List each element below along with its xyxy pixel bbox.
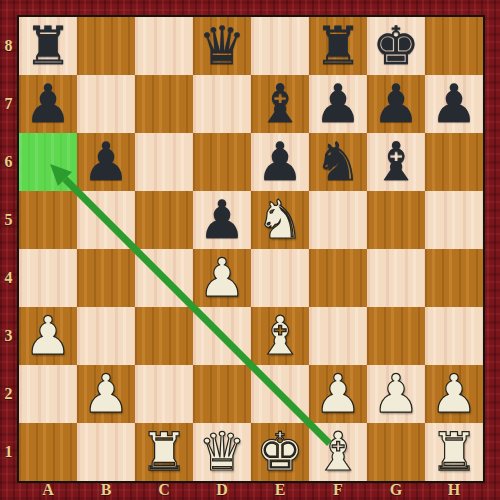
square-a4[interactable] — [19, 249, 77, 307]
piece-black-pawn-f7[interactable]: ♟ — [309, 75, 367, 133]
square-a2[interactable] — [19, 365, 77, 423]
square-g8[interactable]: ♚ — [367, 17, 425, 75]
square-h3[interactable] — [425, 307, 483, 365]
square-c2[interactable] — [135, 365, 193, 423]
piece-black-bishop-e7[interactable]: ♝ — [251, 75, 309, 133]
rank-label-5: 5 — [5, 211, 13, 229]
rank-label-3: 3 — [5, 327, 13, 345]
piece-black-pawn-g7[interactable]: ♟ — [367, 75, 425, 133]
piece-white-queen-d1[interactable]: ♛ — [193, 423, 251, 481]
file-label-f: F — [333, 481, 343, 499]
square-e8[interactable] — [251, 17, 309, 75]
square-f3[interactable] — [309, 307, 367, 365]
square-h8[interactable] — [425, 17, 483, 75]
square-e3[interactable]: ♝ — [251, 307, 309, 365]
piece-black-queen-d8[interactable]: ♛ — [193, 17, 251, 75]
square-a5[interactable] — [19, 191, 77, 249]
piece-white-pawn-g2[interactable]: ♟ — [367, 365, 425, 423]
piece-black-rook-a8[interactable]: ♜ — [19, 17, 77, 75]
square-g3[interactable] — [367, 307, 425, 365]
piece-white-knight-e5[interactable]: ♞ — [251, 191, 309, 249]
piece-white-pawn-d4[interactable]: ♟ — [193, 249, 251, 307]
piece-black-pawn-a7[interactable]: ♟ — [19, 75, 77, 133]
square-b2[interactable]: ♟ — [77, 365, 135, 423]
piece-white-bishop-f1[interactable]: ♝ — [309, 423, 367, 481]
square-h1[interactable]: ♜ — [425, 423, 483, 481]
highlighted-square-a6[interactable] — [19, 133, 77, 191]
file-label-b: B — [101, 481, 112, 499]
square-g6[interactable]: ♝ — [367, 133, 425, 191]
square-f1[interactable]: ♝ — [309, 423, 367, 481]
square-b3[interactable] — [77, 307, 135, 365]
square-a7[interactable]: ♟ — [19, 75, 77, 133]
file-label-a: A — [42, 481, 54, 499]
square-g1[interactable] — [367, 423, 425, 481]
square-e5[interactable]: ♞ — [251, 191, 309, 249]
square-a1[interactable] — [19, 423, 77, 481]
piece-black-knight-f6[interactable]: ♞ — [309, 133, 367, 191]
piece-white-king-e1[interactable]: ♚ — [251, 423, 309, 481]
file-label-e: E — [275, 481, 286, 499]
piece-white-pawn-b2[interactable]: ♟ — [77, 365, 135, 423]
square-g7[interactable]: ♟ — [367, 75, 425, 133]
piece-white-rook-h1[interactable]: ♜ — [425, 423, 483, 481]
file-label-c: C — [158, 481, 170, 499]
piece-black-pawn-e6[interactable]: ♟ — [251, 133, 309, 191]
square-b8[interactable] — [77, 17, 135, 75]
rank-label-2: 2 — [5, 385, 13, 403]
square-h2[interactable]: ♟ — [425, 365, 483, 423]
square-d7[interactable] — [193, 75, 251, 133]
square-d4[interactable]: ♟ — [193, 249, 251, 307]
piece-black-bishop-g6[interactable]: ♝ — [367, 133, 425, 191]
square-g5[interactable] — [367, 191, 425, 249]
piece-white-pawn-h2[interactable]: ♟ — [425, 365, 483, 423]
square-e2[interactable] — [251, 365, 309, 423]
square-d2[interactable] — [193, 365, 251, 423]
square-d6[interactable] — [193, 133, 251, 191]
square-c3[interactable] — [135, 307, 193, 365]
square-g4[interactable] — [367, 249, 425, 307]
chess-board-frame: ♜♛♜♚♟♝♟♟♟♟♟♞♝♟♞♟♟♝♟♟♟♟♜♛♚♝♜ 87654321ABCD… — [0, 0, 500, 500]
square-a3[interactable]: ♟ — [19, 307, 77, 365]
square-d3[interactable] — [193, 307, 251, 365]
square-b4[interactable] — [77, 249, 135, 307]
piece-white-rook-c1[interactable]: ♜ — [135, 423, 193, 481]
rank-label-4: 4 — [5, 269, 13, 287]
square-d8[interactable]: ♛ — [193, 17, 251, 75]
piece-white-pawn-f2[interactable]: ♟ — [309, 365, 367, 423]
square-e7[interactable]: ♝ — [251, 75, 309, 133]
square-c5[interactable] — [135, 191, 193, 249]
piece-black-pawn-h7[interactable]: ♟ — [425, 75, 483, 133]
square-g2[interactable]: ♟ — [367, 365, 425, 423]
rank-label-1: 1 — [5, 443, 13, 461]
square-b6[interactable]: ♟ — [77, 133, 135, 191]
square-c1[interactable]: ♜ — [135, 423, 193, 481]
file-label-d: D — [216, 481, 228, 499]
square-d1[interactable]: ♛ — [193, 423, 251, 481]
square-e6[interactable]: ♟ — [251, 133, 309, 191]
square-f8[interactable]: ♜ — [309, 17, 367, 75]
square-d5[interactable]: ♟ — [193, 191, 251, 249]
square-b5[interactable] — [77, 191, 135, 249]
square-f2[interactable]: ♟ — [309, 365, 367, 423]
square-f5[interactable] — [309, 191, 367, 249]
square-f6[interactable]: ♞ — [309, 133, 367, 191]
square-c8[interactable] — [135, 17, 193, 75]
file-label-g: G — [390, 481, 402, 499]
piece-black-king-g8[interactable]: ♚ — [367, 17, 425, 75]
square-e1[interactable]: ♚ — [251, 423, 309, 481]
square-h4[interactable] — [425, 249, 483, 307]
file-label-h: H — [448, 481, 460, 499]
square-b1[interactable] — [77, 423, 135, 481]
square-a8[interactable]: ♜ — [19, 17, 77, 75]
piece-black-pawn-d5[interactable]: ♟ — [193, 191, 251, 249]
piece-black-pawn-b6[interactable]: ♟ — [77, 133, 135, 191]
chess-board: ♜♛♜♚♟♝♟♟♟♟♟♞♝♟♞♟♟♝♟♟♟♟♜♛♚♝♜ — [17, 15, 485, 483]
piece-white-bishop-e3[interactable]: ♝ — [251, 307, 309, 365]
rank-label-6: 6 — [5, 153, 13, 171]
square-c7[interactable] — [135, 75, 193, 133]
square-h6[interactable] — [425, 133, 483, 191]
square-h5[interactable] — [425, 191, 483, 249]
piece-white-pawn-a3[interactable]: ♟ — [19, 307, 77, 365]
square-h7[interactable]: ♟ — [425, 75, 483, 133]
rank-label-7: 7 — [5, 95, 13, 113]
square-f7[interactable]: ♟ — [309, 75, 367, 133]
rank-label-8: 8 — [5, 37, 13, 55]
square-c4[interactable] — [135, 249, 193, 307]
piece-black-rook-f8[interactable]: ♜ — [309, 17, 367, 75]
square-f4[interactable] — [309, 249, 367, 307]
square-b7[interactable] — [77, 75, 135, 133]
square-c6[interactable] — [135, 133, 193, 191]
square-e4[interactable] — [251, 249, 309, 307]
